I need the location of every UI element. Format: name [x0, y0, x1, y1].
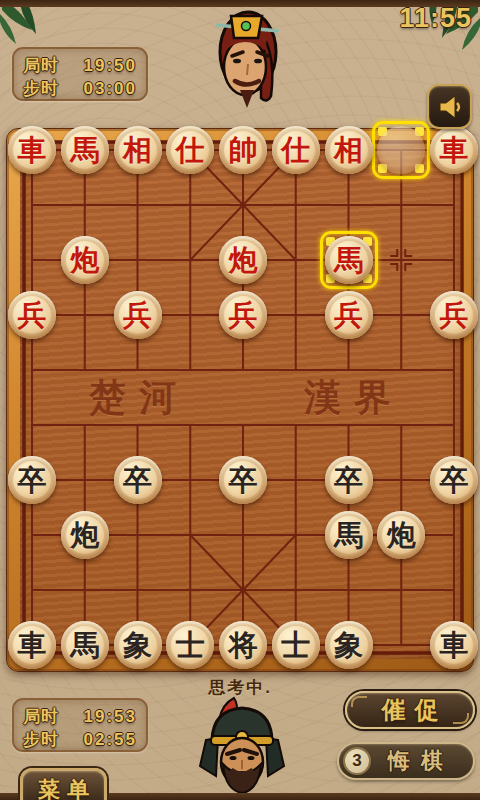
piece-馬-bottom[interactable]: 馬 — [61, 621, 109, 669]
piece-仕-top[interactable]: 仕 — [166, 126, 214, 174]
bottom-move-time-value: 02:55 — [84, 730, 137, 750]
piece-卒-bottom[interactable]: 卒 — [430, 456, 478, 504]
top-move-time-row: 步时 03:00 — [23, 77, 137, 100]
urge-button[interactable]: 催促 — [345, 691, 475, 729]
piece-象-bottom[interactable]: 象 — [325, 621, 373, 669]
top-move-time-value: 03:00 — [84, 79, 137, 99]
top-game-time-value: 19:50 — [84, 56, 137, 76]
piece-兵-top[interactable]: 兵 — [430, 291, 478, 339]
top-move-time-label: 步时 — [23, 77, 59, 100]
undo-button-label: 悔棋 — [388, 746, 454, 776]
bottom-move-time-label: 步时 — [23, 728, 59, 751]
system-clock: 11:55 — [399, 3, 472, 34]
undo-button[interactable]: 3 悔棋 — [337, 742, 475, 780]
piece-兵-top[interactable]: 兵 — [8, 291, 56, 339]
piece-車-top[interactable]: 車 — [430, 126, 478, 174]
piece-帥-top[interactable]: 帥 — [219, 126, 267, 174]
sound-toggle-button[interactable] — [427, 84, 472, 129]
piece-兵-top[interactable]: 兵 — [325, 291, 373, 339]
piece-卒-bottom[interactable]: 卒 — [8, 456, 56, 504]
piece-士-bottom[interactable]: 士 — [272, 621, 320, 669]
piece-卒-bottom[interactable]: 卒 — [325, 456, 373, 504]
thinking-status-text: 思考中. — [208, 676, 272, 699]
piece-炮-top[interactable]: 炮 — [219, 236, 267, 284]
top-player-avatar — [209, 4, 285, 118]
piece-炮-bottom[interactable]: 炮 — [61, 511, 109, 559]
piece-炮-bottom[interactable]: 炮 — [377, 511, 425, 559]
bottom-move-time-row: 步时 02:55 — [23, 728, 137, 751]
piece-馬-top[interactable]: 馬 — [325, 236, 373, 284]
piece-士-bottom[interactable]: 士 — [166, 621, 214, 669]
piece-卒-bottom[interactable]: 卒 — [219, 456, 267, 504]
xiangqi-game-screen: 11:55 局时 19:50 步时 03:00 — [0, 0, 480, 800]
piece-将-bottom[interactable]: 将 — [219, 621, 267, 669]
piece-象-bottom[interactable]: 象 — [114, 621, 162, 669]
piece-車-top[interactable]: 車 — [8, 126, 56, 174]
undo-count-badge: 3 — [343, 747, 371, 775]
piece-馬-bottom[interactable]: 馬 — [325, 511, 373, 559]
piece-兵-top[interactable]: 兵 — [219, 291, 267, 339]
menu-button-label: 菜单 — [38, 775, 96, 800]
board-pieces: 車馬相仕帥仕相車炮炮馬兵兵兵兵兵卒卒卒卒卒炮馬炮車馬象士将士象車 — [6, 128, 474, 672]
xiangqi-board[interactable]: 楚河 漢界 車馬相仕帥仕相車炮炮馬兵兵兵兵兵卒卒卒卒卒炮馬炮車馬象士将士象車 — [6, 128, 474, 672]
urge-button-label: 催促 — [382, 694, 448, 726]
menu-button[interactable]: 菜单 — [20, 768, 107, 800]
piece-相-top[interactable]: 相 — [325, 126, 373, 174]
bottom-game-time-value: 19:53 — [84, 707, 137, 727]
piece-車-bottom[interactable]: 車 — [430, 621, 478, 669]
bottom-game-time-label: 局时 — [23, 705, 59, 728]
piece-兵-top[interactable]: 兵 — [114, 291, 162, 339]
piece-炮-top[interactable]: 炮 — [61, 236, 109, 284]
piece-車-bottom[interactable]: 車 — [8, 621, 56, 669]
bottom-game-time-row: 局时 19:53 — [23, 705, 137, 728]
piece-馬-top[interactable]: 馬 — [61, 126, 109, 174]
bottom-player-timer-panel: 局时 19:53 步时 02:55 — [12, 698, 148, 752]
piece-卒-bottom[interactable]: 卒 — [114, 456, 162, 504]
bottom-player-avatar — [192, 696, 292, 800]
bamboo-leaves-top-left — [0, 0, 70, 58]
speaker-icon — [436, 93, 464, 121]
piece-相-top[interactable]: 相 — [114, 126, 162, 174]
ghost-piece — [377, 126, 425, 174]
piece-仕-top[interactable]: 仕 — [272, 126, 320, 174]
